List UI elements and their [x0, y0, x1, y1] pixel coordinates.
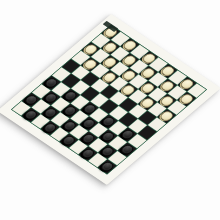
draughts-board: [0, 14, 220, 185]
board-grid: [11, 25, 207, 175]
photo-background: [0, 0, 220, 220]
